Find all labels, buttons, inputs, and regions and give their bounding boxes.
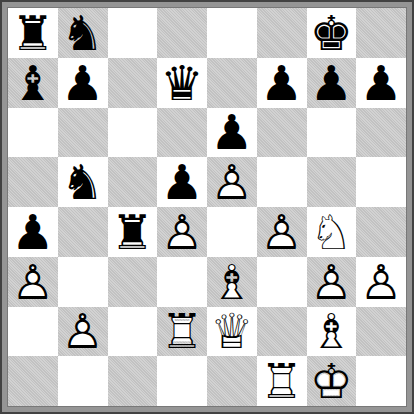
- square-c2[interactable]: [108, 307, 158, 357]
- piece-black-pawn[interactable]: ♟: [257, 58, 307, 108]
- square-g6[interactable]: [307, 108, 357, 158]
- piece-outline-layer: ♙: [310, 258, 353, 306]
- square-f6[interactable]: [257, 108, 307, 158]
- square-g1[interactable]: ♚♔: [307, 356, 357, 406]
- square-f4[interactable]: ♟♙: [257, 207, 307, 257]
- square-h2[interactable]: [356, 307, 406, 357]
- piece-glyph: ♞: [61, 158, 104, 206]
- piece-white-knight[interactable]: ♞♘: [307, 207, 357, 257]
- square-a7[interactable]: ♝: [8, 58, 58, 108]
- square-a5[interactable]: [8, 157, 58, 207]
- piece-glyph: ♝: [11, 59, 54, 107]
- piece-white-pawn[interactable]: ♟♙: [307, 257, 357, 307]
- square-d5[interactable]: ♟: [157, 157, 207, 207]
- piece-outline-layer: ♙: [161, 208, 204, 256]
- square-e1[interactable]: [207, 356, 257, 406]
- square-a4[interactable]: ♟: [8, 207, 58, 257]
- piece-outline-layer: ♕: [210, 307, 253, 355]
- piece-glyph: ♞: [61, 9, 104, 57]
- piece-outline-layer: ♗: [310, 307, 353, 355]
- piece-outline-layer: ♖: [161, 307, 204, 355]
- square-e4[interactable]: [207, 207, 257, 257]
- square-d8[interactable]: [157, 8, 207, 58]
- square-a3[interactable]: ♟♙: [8, 257, 58, 307]
- piece-glyph: ♟: [360, 59, 403, 107]
- piece-glyph: ♛: [161, 59, 204, 107]
- square-h5[interactable]: [356, 157, 406, 207]
- piece-black-pawn[interactable]: ♟: [356, 58, 406, 108]
- piece-white-pawn[interactable]: ♟♙: [157, 207, 207, 257]
- square-a1[interactable]: [8, 356, 58, 406]
- piece-white-bishop[interactable]: ♝♗: [307, 307, 357, 357]
- piece-black-king[interactable]: ♚: [307, 8, 357, 58]
- square-h3[interactable]: ♟♙: [356, 257, 406, 307]
- piece-outline-layer: ♙: [210, 158, 253, 206]
- piece-outline-layer: ♙: [360, 258, 403, 306]
- piece-white-rook[interactable]: ♜♖: [257, 356, 307, 406]
- piece-black-pawn[interactable]: ♟: [157, 157, 207, 207]
- piece-white-king[interactable]: ♚♔: [307, 356, 357, 406]
- piece-glyph: ♟: [310, 59, 353, 107]
- square-d6[interactable]: [157, 108, 207, 158]
- square-c1[interactable]: [108, 356, 158, 406]
- piece-white-pawn[interactable]: ♟♙: [207, 157, 257, 207]
- square-e8[interactable]: [207, 8, 257, 58]
- piece-black-pawn[interactable]: ♟: [58, 58, 108, 108]
- piece-white-bishop[interactable]: ♝♗: [207, 257, 257, 307]
- piece-outline-layer: ♔: [310, 357, 353, 405]
- piece-glyph: ♜: [111, 208, 154, 256]
- piece-black-knight[interactable]: ♞: [58, 8, 108, 58]
- square-e5[interactable]: ♟♙: [207, 157, 257, 207]
- square-b6[interactable]: [58, 108, 108, 158]
- square-b5[interactable]: ♞: [58, 157, 108, 207]
- square-d3[interactable]: [157, 257, 207, 307]
- square-f5[interactable]: [257, 157, 307, 207]
- square-e7[interactable]: [207, 58, 257, 108]
- square-f2[interactable]: [257, 307, 307, 357]
- piece-glyph: ♚: [310, 9, 353, 57]
- square-c7[interactable]: [108, 58, 158, 108]
- square-f7[interactable]: ♟: [257, 58, 307, 108]
- square-g3[interactable]: ♟♙: [307, 257, 357, 307]
- square-e6[interactable]: ♟: [207, 108, 257, 158]
- square-g7[interactable]: ♟: [307, 58, 357, 108]
- piece-white-queen[interactable]: ♛♕: [207, 307, 257, 357]
- square-b7[interactable]: ♟: [58, 58, 108, 108]
- square-g8[interactable]: ♚: [307, 8, 357, 58]
- piece-outline-layer: ♘: [310, 208, 353, 256]
- square-a6[interactable]: [8, 108, 58, 158]
- piece-black-rook[interactable]: ♜: [108, 207, 158, 257]
- square-f1[interactable]: ♜♖: [257, 356, 307, 406]
- square-g4[interactable]: ♞♘: [307, 207, 357, 257]
- square-a8[interactable]: ♜: [8, 8, 58, 58]
- piece-white-pawn[interactable]: ♟♙: [257, 207, 307, 257]
- piece-black-rook[interactable]: ♜: [8, 8, 58, 58]
- square-g5[interactable]: [307, 157, 357, 207]
- piece-black-pawn[interactable]: ♟: [8, 207, 58, 257]
- piece-glyph: ♟: [161, 158, 204, 206]
- square-b2[interactable]: ♟♙: [58, 307, 108, 357]
- square-b3[interactable]: [58, 257, 108, 307]
- piece-glyph: ♟: [11, 208, 54, 256]
- square-f8[interactable]: [257, 8, 307, 58]
- piece-black-queen[interactable]: ♛: [157, 58, 207, 108]
- square-b4[interactable]: [58, 207, 108, 257]
- piece-glyph: ♟: [61, 59, 104, 107]
- piece-white-pawn[interactable]: ♟♙: [356, 257, 406, 307]
- piece-white-pawn[interactable]: ♟♙: [58, 307, 108, 357]
- piece-glyph: ♜: [11, 9, 54, 57]
- piece-black-bishop[interactable]: ♝: [8, 58, 58, 108]
- piece-outline-layer: ♙: [61, 307, 104, 355]
- piece-black-pawn[interactable]: ♟: [307, 58, 357, 108]
- square-d2[interactable]: ♜♖: [157, 307, 207, 357]
- piece-white-rook[interactable]: ♜♖: [157, 307, 207, 357]
- piece-black-knight[interactable]: ♞: [58, 157, 108, 207]
- piece-glyph: ♟: [210, 108, 253, 156]
- square-e2[interactable]: ♛♕: [207, 307, 257, 357]
- square-c3[interactable]: [108, 257, 158, 307]
- square-e3[interactable]: ♝♗: [207, 257, 257, 307]
- square-c8[interactable]: [108, 8, 158, 58]
- chess-board-frame: ♜♞♚♝♟♛♟♟♟♟♞♟♟♙♟♜♟♙♟♙♞♘♟♙♝♗♟♙♟♙♟♙♜♖♛♕♝♗♜♖…: [0, 0, 414, 414]
- piece-outline-layer: ♗: [210, 258, 253, 306]
- square-b1[interactable]: [58, 356, 108, 406]
- chess-board: ♜♞♚♝♟♛♟♟♟♟♞♟♟♙♟♜♟♙♟♙♞♘♟♙♝♗♟♙♟♙♟♙♜♖♛♕♝♗♜♖…: [8, 8, 406, 406]
- piece-outline-layer: ♙: [11, 258, 54, 306]
- square-d1[interactable]: [157, 356, 207, 406]
- square-f3[interactable]: [257, 257, 307, 307]
- square-a2[interactable]: [8, 307, 58, 357]
- square-g2[interactable]: ♝♗: [307, 307, 357, 357]
- piece-white-pawn[interactable]: ♟♙: [8, 257, 58, 307]
- square-h4[interactable]: [356, 207, 406, 257]
- square-d4[interactable]: ♟♙: [157, 207, 207, 257]
- square-h1[interactable]: [356, 356, 406, 406]
- square-h7[interactable]: ♟: [356, 58, 406, 108]
- square-d7[interactable]: ♛: [157, 58, 207, 108]
- square-h6[interactable]: [356, 108, 406, 158]
- piece-outline-layer: ♙: [260, 208, 303, 256]
- square-c5[interactable]: [108, 157, 158, 207]
- square-c6[interactable]: [108, 108, 158, 158]
- square-c4[interactable]: ♜: [108, 207, 158, 257]
- square-b8[interactable]: ♞: [58, 8, 108, 58]
- piece-outline-layer: ♖: [260, 357, 303, 405]
- piece-black-pawn[interactable]: ♟: [207, 108, 257, 158]
- piece-glyph: ♟: [260, 59, 303, 107]
- square-h8[interactable]: [356, 8, 406, 58]
